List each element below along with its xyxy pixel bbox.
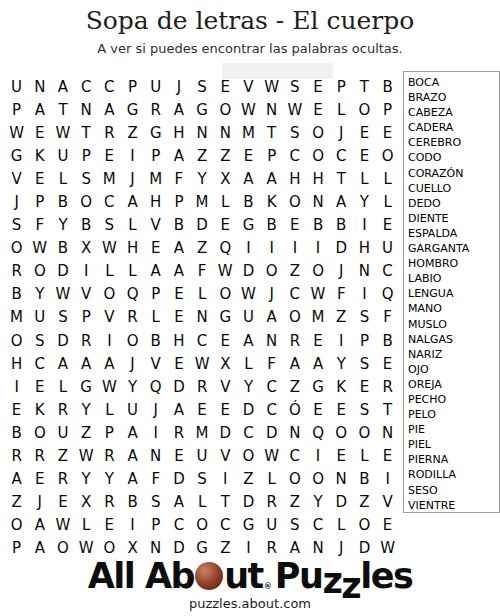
grid-cell-r1-c7: U [144,75,167,98]
grid-cell-r16-c8: R [167,421,190,444]
grid-cell-r17-c4: W [75,445,98,468]
grid-cell-r8-c10: Q [214,237,237,260]
grid-cell-r4-c6: I [121,144,144,167]
grid-cell-r5-c17: L [376,167,399,190]
grid-cell-r19-c3: E [51,491,74,514]
grid-cell-r13-c3: A [51,352,74,375]
word-item: PIEL [408,437,499,452]
grid-cell-r14-c2: E [28,375,51,398]
grid-cell-r19-c2: J [28,491,51,514]
grid-cell-r12-c15: I [330,329,353,352]
grid-cell-r9-c12: O [260,260,283,283]
grid-cell-r5-c2: E [28,167,51,190]
logo-text-all-about: All Ab [88,559,194,594]
grid-cell-r11-c16: S [353,306,376,329]
grid-cell-r20-c6: I [121,514,144,537]
grid-cell-r11-c17: F [376,306,399,329]
grid-cell-r16-c6: A [121,421,144,444]
grid-cell-r19-c10: T [214,491,237,514]
grid-cell-r8-c9: Z [191,237,214,260]
grid-cell-r12-c16: P [353,329,376,352]
grid-cell-r16-c7: I [144,421,167,444]
grid-cell-r6-c15: A [330,190,353,213]
grid-cell-r18-c3: R [51,468,74,491]
grid-cell-r11-c8: E [167,306,190,329]
grid-cell-r5-c11: A [237,167,260,190]
grid-cell-r20-c5: E [98,514,121,537]
word-item: OREJA [408,377,499,392]
grid-cell-r7-c11: G [237,214,260,237]
grid-cell-r9-c15: J [330,260,353,283]
grid-cell-r6-c12: K [260,190,283,213]
grid-cell-r10-c12: J [260,283,283,306]
grid-cell-r21-c1: P [5,537,28,560]
grid-cell-r2-c5: A [98,98,121,121]
grid-cell-r4-c16: E [353,144,376,167]
grid-cell-r18-c16: B [353,468,376,491]
grid-cell-r7-c2: F [28,214,51,237]
grid-cell-r19-c9: L [191,491,214,514]
word-item: PECHO [408,392,499,407]
grid-cell-r1-c17: B [376,75,399,98]
grid-cell-r3-c8: H [167,121,190,144]
grid-cell-r20-c12: U [260,514,283,537]
grid-cell-r19-c15: D [330,491,353,514]
grid-cell-r14-c12: C [260,375,283,398]
grid-cell-r9-c11: D [237,260,260,283]
word-item: CABEZA [408,105,499,120]
grid-cell-r14-c9: R [191,375,214,398]
grid-cell-r9-c5: L [98,260,121,283]
grid-cell-r5-c1: V [5,167,28,190]
grid-cell-r16-c13: N [283,421,306,444]
grid-cell-r12-c1: O [5,329,28,352]
grid-cell-r1-c15: P [330,75,353,98]
grid-cell-r14-c6: Y [121,375,144,398]
grid-cell-r6-c11: B [237,190,260,213]
grid-cell-r2-c2: A [28,98,51,121]
grid-cell-r6-c17: L [376,190,399,213]
grid-cell-r4-c3: U [51,144,74,167]
grid-cell-r3-c9: N [191,121,214,144]
grid-cell-r11-c11: U [237,306,260,329]
grid-cell-r2-c17: P [376,98,399,121]
grid-cell-r7-c3: Y [51,214,74,237]
grid-cell-r12-c5: I [98,329,121,352]
grid-cell-r13-c5: A [98,352,121,375]
grid-cell-r6-c13: O [283,190,306,213]
word-item: BRAZO [408,90,499,105]
grid-cell-r3-c17: E [376,121,399,144]
grid-cell-r18-c15: N [330,468,353,491]
grid-cell-r19-c16: Z [353,491,376,514]
grid-cell-r17-c16: L [353,445,376,468]
grid-cell-r3-c11: M [237,121,260,144]
grid-cell-r10-c9: L [191,283,214,306]
grid-cell-r8-c6: H [121,237,144,260]
grid-cell-r5-c16: L [353,167,376,190]
grid-cell-r17-c15: E [330,445,353,468]
grid-cell-r13-c17: E [376,352,399,375]
grid-cell-r3-c15: J [330,121,353,144]
grid-cell-r2-c9: G [191,98,214,121]
grid-cell-r11-c1: M [5,306,28,329]
grid-cell-r10-c4: V [75,283,98,306]
grid-cell-r5-c5: M [98,167,121,190]
grid-cell-r12-c12: N [260,329,283,352]
grid-cell-r20-c11: G [237,514,260,537]
grid-cell-r15-c5: L [98,398,121,421]
page: Sopa de letras - El cuerpo A ver si pued… [0,0,500,616]
word-item: PELO [408,407,499,422]
grid-cell-r20-c7: P [144,514,167,537]
grid-cell-r1-c3: A [51,75,74,98]
grid-cell-r9-c17: C [376,260,399,283]
grid-cell-r8-c13: I [283,237,306,260]
grid-cell-r8-c4: X [75,237,98,260]
grid-cell-r10-c15: F [330,283,353,306]
grid-cell-r4-c11: E [237,144,260,167]
grid-cell-r2-c8: A [167,98,190,121]
grid-cell-r3-c6: Z [121,121,144,144]
grid-cell-r6-c8: P [167,190,190,213]
grid-cell-r6-c14: N [306,190,329,213]
grid-cell-r5-c8: F [167,167,190,190]
grid-cell-r4-c15: C [330,144,353,167]
grid-cell-r3-c5: R [98,121,121,144]
grid-cell-r16-c10: D [214,421,237,444]
site-url: puzzles.about.com [0,596,500,611]
grid-cell-r4-c14: O [306,144,329,167]
grid-cell-r5-c6: J [121,167,144,190]
grid-cell-r9-c6: L [121,260,144,283]
grid-cell-r3-c7: G [144,121,167,144]
grid-cell-r2-c11: W [237,98,260,121]
grid-cell-r21-c3: O [51,537,74,560]
grid-cell-r12-c10: E [214,329,237,352]
grid-cell-r16-c3: U [51,421,74,444]
grid-cell-r1-c11: V [237,75,260,98]
logo-text-z1: z [322,564,341,599]
grid-cell-r12-c17: B [376,329,399,352]
grid-cell-r7-c12: B [260,214,283,237]
grid-cell-r10-c2: Y [28,283,51,306]
grid-cell-r1-c12: W [260,75,283,98]
grid-cell-r7-c10: E [214,214,237,237]
grid-cell-r4-c7: P [144,144,167,167]
grid-cell-r13-c7: V [144,352,167,375]
grid-cell-r7-c1: S [5,214,28,237]
grid-cell-r20-c9: O [191,514,214,537]
word-item: OJO [408,362,499,377]
grid-cell-r11-c10: G [214,306,237,329]
grid-cell-r6-c2: P [28,190,51,213]
grid-cell-r5-c4: S [75,167,98,190]
grid-cell-r4-c12: P [260,144,283,167]
grid-cell-r10-c5: O [98,283,121,306]
grid-cell-r17-c7: N [144,445,167,468]
grid-cell-r10-c1: B [5,283,28,306]
grid-cell-r17-c11: O [237,445,260,468]
grid-cell-r5-c12: A [260,167,283,190]
grid-cell-r20-c14: C [306,514,329,537]
grid-cell-r15-c1: E [5,398,28,421]
grid-cell-r17-c1: R [5,445,28,468]
grid-cell-r17-c8: E [167,445,190,468]
grid-cell-r17-c17: E [376,445,399,468]
grid-cell-r19-c13: Z [283,491,306,514]
grid-cell-r3-c3: W [51,121,74,144]
grid-cell-r8-c8: A [167,237,190,260]
word-item: BOCA [408,75,499,90]
grid-cell-r14-c16: E [353,375,376,398]
grid-cell-r17-c10: V [214,445,237,468]
grid-cell-r8-c3: B [51,237,74,260]
grid-cell-r5-c13: H [283,167,306,190]
grid-cell-r14-c7: Q [144,375,167,398]
grid-cell-r5-c7: M [144,167,167,190]
grid-cell-r20-c4: L [75,514,98,537]
grid-cell-r6-c16: Y [353,190,376,213]
grid-cell-r9-c7: A [144,260,167,283]
word-item: PIE [408,422,499,437]
grid-cell-r13-c15: Y [330,352,353,375]
grid-cell-r15-c11: D [237,398,260,421]
word-item: SESO [408,483,499,498]
word-item: CUELLO [408,181,499,196]
grid-cell-r3-c10: N [214,121,237,144]
grid-cell-r4-c4: P [75,144,98,167]
grid-cell-r11-c6: R [121,306,144,329]
grid-cell-r19-c1: Z [5,491,28,514]
grid-cell-r10-c14: W [306,283,329,306]
grid-cell-r4-c10: Z [214,144,237,167]
grid-cell-r14-c10: V [214,375,237,398]
logo-text-les: les [360,559,412,594]
grid-cell-r9-c1: R [5,260,28,283]
grid-cell-r14-c4: G [75,375,98,398]
page-title: Sopa de letras - El cuerpo [0,6,500,35]
grid-cell-r11-c7: L [144,306,167,329]
word-item: GARGANTA [408,241,499,256]
grid-cell-r16-c17: N [376,421,399,444]
grid-cell-r15-c13: Ó [283,398,306,421]
grid-cell-r15-c16: S [353,398,376,421]
grid-cell-r6-c7: H [144,190,167,213]
grid-cell-r17-c9: U [191,445,214,468]
grid-cell-r15-c17: T [376,398,399,421]
grid-cell-r13-c14: A [306,352,329,375]
grid-cell-r15-c2: K [28,398,51,421]
grid-cell-r18-c13: O [283,468,306,491]
grid-cell-r2-c12: N [260,98,283,121]
word-item: LENGUA [408,286,499,301]
grid-cell-r10-c16: I [353,283,376,306]
grid-cell-r10-c8: E [167,283,190,306]
grid-cell-r16-c16: O [353,421,376,444]
grid-cell-r2-c4: N [75,98,98,121]
grid-cell-r15-c6: U [121,398,144,421]
grid-cell-r20-c15: L [330,514,353,537]
grid-cell-r16-c14: Q [306,421,329,444]
grid-cell-r12-c11: A [237,329,260,352]
grid-cell-r14-c3: L [51,375,74,398]
grid-cell-r16-c4: Z [75,421,98,444]
grid-cell-r3-c4: T [75,121,98,144]
grid-cell-r4-c9: Z [191,144,214,167]
grid-cell-r15-c7: J [144,398,167,421]
grid-cell-r20-c13: S [283,514,306,537]
page-subtitle: A ver si puedes encontrar las palabras o… [0,41,500,56]
grid-cell-r11-c3: S [51,306,74,329]
grid-cell-r14-c15: K [330,375,353,398]
grid-cell-r1-c13: S [283,75,306,98]
grid-cell-r17-c6: A [121,445,144,468]
grid-cell-r11-c14: M [306,306,329,329]
grid-cell-r20-c1: O [5,514,28,537]
grid-cell-r12-c9: C [191,329,214,352]
grid-cell-r8-c11: I [237,237,260,260]
grid-cell-r13-c2: C [28,352,51,375]
grid-cell-r12-c14: E [306,329,329,352]
grid-cell-r8-c17: U [376,237,399,260]
grid-cell-r16-c2: O [28,421,51,444]
grid-cell-r6-c10: L [214,190,237,213]
grid-cell-r1-c8: J [167,75,190,98]
grid-cell-r2-c6: G [121,98,144,121]
grid-cell-r11-c13: O [283,306,306,329]
grid-cell-r14-c8: D [167,375,190,398]
grid-cell-r13-c6: J [121,352,144,375]
grid-cell-r14-c5: W [98,375,121,398]
grid-cell-r21-c2: A [28,537,51,560]
grid-cell-r9-c9: F [191,260,214,283]
grid-cell-r18-c1: A [5,468,28,491]
grid-cell-r5-c15: T [330,167,353,190]
grid-cell-r19-c7: S [144,491,167,514]
grid-cell-r10-c13: C [283,283,306,306]
grid-cell-r1-c1: U [5,75,28,98]
grid-cell-r7-c9: D [191,214,214,237]
grid-cell-r3-c13: S [283,121,306,144]
grid-cell-r20-c16: O [353,514,376,537]
grid-cell-r8-c14: I [306,237,329,260]
grid-cell-r13-c13: A [283,352,306,375]
grid-cell-r20-c17: E [376,514,399,537]
word-item: LABIO [408,271,499,286]
grid-cell-r6-c4: O [75,190,98,213]
grid-cell-r9-c14: O [306,260,329,283]
grid-cell-r15-c4: Y [75,398,98,421]
grid-cell-r5-c10: X [214,167,237,190]
grid-cell-r16-c1: B [5,421,28,444]
grid-cell-r15-c12: C [260,398,283,421]
grid-cell-r1-c16: T [353,75,376,98]
grid-cell-r7-c13: E [283,214,306,237]
grid-cell-r6-c1: J [5,190,28,213]
grid-cell-r12-c8: H [167,329,190,352]
grid-cell-r20-c2: A [28,514,51,537]
all-about-puzzles-logo: All Ab ut ® Pu z z les [0,559,500,594]
grid-cell-r13-c4: A [75,352,98,375]
grid-cell-r18-c14: O [306,468,329,491]
word-item: VIENTRE [408,498,499,513]
word-item: CADERA [408,120,499,135]
grid-cell-r7-c16: I [353,214,376,237]
grid-cell-r11-c9: N [191,306,214,329]
word-item: CEREBRO [408,135,499,150]
grid-cell-r13-c16: S [353,352,376,375]
grid-cell-r3-c14: O [306,121,329,144]
grid-cell-r3-c2: E [28,121,51,144]
word-item: DIENTE [408,211,499,226]
grid-cell-r3-c1: W [5,121,28,144]
grid-cell-r9-c2: O [28,260,51,283]
registered-mark-icon: ® [264,583,272,591]
about-ball-icon [195,562,223,590]
grid-cell-r13-c12: F [260,352,283,375]
grid-cell-r1-c10: E [214,75,237,98]
word-item: MUSLO [408,317,499,332]
grid-cell-r7-c15: B [330,214,353,237]
logo-text-pu: Pu [275,559,323,594]
grid-cell-r19-c11: D [237,491,260,514]
grid-cell-r18-c6: A [121,468,144,491]
grid-cell-r3-c12: T [260,121,283,144]
grid-cell-r8-c16: H [353,237,376,260]
grid-cell-r18-c2: E [28,468,51,491]
grid-cell-r20-c8: C [167,514,190,537]
grid-cell-r15-c15: E [330,398,353,421]
grid-cell-r18-c7: F [144,468,167,491]
grid-cell-r2-c1: P [5,98,28,121]
grid-cell-r9-c13: Z [283,260,306,283]
grid-cell-r15-c8: A [167,398,190,421]
grid-cell-r11-c2: U [28,306,51,329]
grid-cell-r9-c10: W [214,260,237,283]
grid-cell-r20-c10: C [214,514,237,537]
grid-cell-r13-c10: X [214,352,237,375]
grid-cell-r10-c11: W [237,283,260,306]
grid-cell-r15-c9: E [191,398,214,421]
grid-cell-r7-c5: S [98,214,121,237]
grid-cell-r1-c2: N [28,75,51,98]
grid-cell-r2-c13: W [283,98,306,121]
grid-cell-r19-c5: R [98,491,121,514]
grid-cell-r2-c15: L [330,98,353,121]
grid-cell-r17-c13: C [283,445,306,468]
word-item: CORAZÓN [408,166,499,181]
grid-cell-r14-c11: Y [237,375,260,398]
grid-cell-r13-c8: E [167,352,190,375]
grid-cell-r16-c12: D [260,421,283,444]
grid-cell-r5-c3: L [51,167,74,190]
grid-cell-r13-c1: H [5,352,28,375]
grid-cell-r10-c17: Q [376,283,399,306]
grid-cell-r7-c7: V [144,214,167,237]
grid-cell-r6-c6: A [121,190,144,213]
grid-cell-r10-c6: Q [121,283,144,306]
grid-cell-r14-c17: R [376,375,399,398]
grid-cell-r10-c7: P [144,283,167,306]
grid-cell-r17-c5: R [98,445,121,468]
grid-cell-r18-c10: I [214,468,237,491]
grid-cell-r19-c4: X [75,491,98,514]
grid-cell-r9-c3: D [51,260,74,283]
grid-cell-r13-c9: W [191,352,214,375]
grid-cell-r18-c9: S [191,468,214,491]
grid-cell-r19-c6: B [121,491,144,514]
